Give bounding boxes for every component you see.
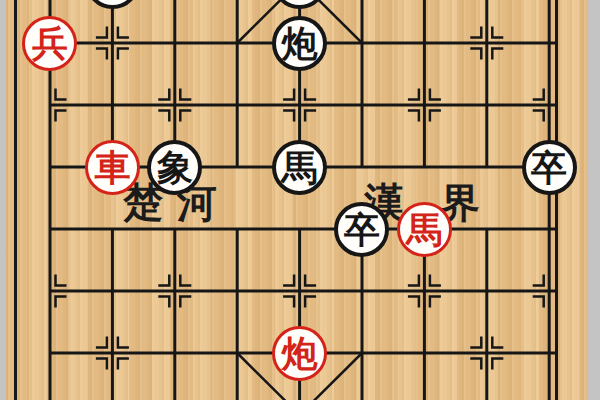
- piece-black-cannon[interactable]: 炮: [272, 16, 327, 71]
- piece-black-horse[interactable]: 馬: [272, 140, 327, 195]
- xiangqi-app-window: 楚 河 漢 界 兵炮車象馬卒卒馬炮: [0, 0, 600, 400]
- piece-black-elephant[interactable]: 象: [147, 140, 202, 195]
- piece-black-soldier[interactable]: 卒: [522, 140, 577, 195]
- piece-red-horse[interactable]: 馬: [397, 202, 452, 257]
- piece-red-chariot[interactable]: 車: [85, 140, 140, 195]
- piece-cropped-black-piece[interactable]: [272, 0, 327, 9]
- board: 兵炮車象馬卒卒馬炮: [19, 0, 581, 400]
- piece-red-cannon[interactable]: 炮: [272, 326, 327, 381]
- piece-black-soldier[interactable]: 卒: [334, 202, 389, 257]
- piece-red-soldier[interactable]: 兵: [22, 16, 77, 71]
- piece-cropped-black-piece[interactable]: [85, 0, 140, 9]
